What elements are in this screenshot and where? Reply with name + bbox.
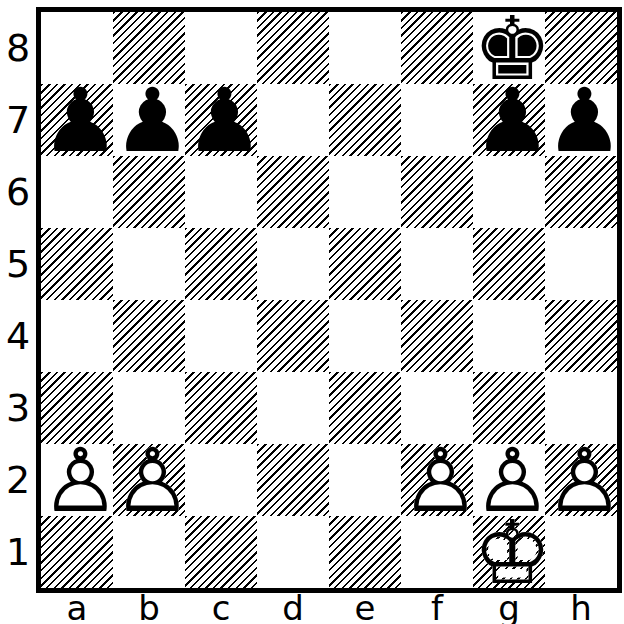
square-d5[interactable] xyxy=(257,228,329,300)
square-c5[interactable] xyxy=(185,228,257,300)
square-a2[interactable]: ♟♙ xyxy=(41,444,113,516)
piece-white-pawn[interactable]: ♟♙ xyxy=(41,444,113,516)
square-h7[interactable]: ♟ xyxy=(545,84,617,156)
file-label-e: e xyxy=(329,591,401,624)
piece-black-pawn[interactable]: ♟ xyxy=(113,84,185,156)
square-e6[interactable] xyxy=(329,156,401,228)
piece-white-pawn[interactable]: ♟♙ xyxy=(545,444,617,516)
square-f4[interactable] xyxy=(401,300,473,372)
square-g6[interactable] xyxy=(473,156,545,228)
piece-glyph: ♙ xyxy=(401,444,473,516)
square-g1[interactable]: ♚♔ xyxy=(473,516,545,588)
square-g5[interactable] xyxy=(473,228,545,300)
square-h2[interactable]: ♟♙ xyxy=(545,444,617,516)
square-b1[interactable] xyxy=(113,516,185,588)
square-d3[interactable] xyxy=(257,372,329,444)
piece-black-pawn[interactable]: ♟ xyxy=(545,84,617,156)
square-a1[interactable] xyxy=(41,516,113,588)
piece-glyph: ♙ xyxy=(545,444,617,516)
file-label-h: h xyxy=(545,591,617,624)
square-f1[interactable] xyxy=(401,516,473,588)
square-e5[interactable] xyxy=(329,228,401,300)
square-c7[interactable]: ♟ xyxy=(185,84,257,156)
rank-label-5: 5 xyxy=(0,228,36,300)
square-d2[interactable] xyxy=(257,444,329,516)
piece-glyph: ♟ xyxy=(185,84,257,156)
rank-label-1: 1 xyxy=(0,516,36,588)
square-g7[interactable]: ♟ xyxy=(473,84,545,156)
square-c4[interactable] xyxy=(185,300,257,372)
square-a6[interactable] xyxy=(41,156,113,228)
square-b6[interactable] xyxy=(113,156,185,228)
square-c1[interactable] xyxy=(185,516,257,588)
piece-white-pawn[interactable]: ♟♙ xyxy=(401,444,473,516)
rank-label-7: 7 xyxy=(0,84,36,156)
square-b7[interactable]: ♟ xyxy=(113,84,185,156)
square-h5[interactable] xyxy=(545,228,617,300)
piece-glyph: ♙ xyxy=(113,444,185,516)
square-f2[interactable]: ♟♙ xyxy=(401,444,473,516)
square-d6[interactable] xyxy=(257,156,329,228)
square-d7[interactable] xyxy=(257,84,329,156)
square-b2[interactable]: ♟♙ xyxy=(113,444,185,516)
piece-glyph: ♟ xyxy=(41,84,113,156)
square-h1[interactable] xyxy=(545,516,617,588)
square-c3[interactable] xyxy=(185,372,257,444)
square-e1[interactable] xyxy=(329,516,401,588)
square-d4[interactable] xyxy=(257,300,329,372)
square-d1[interactable] xyxy=(257,516,329,588)
file-label-b: b xyxy=(113,591,185,624)
square-c2[interactable] xyxy=(185,444,257,516)
square-a7[interactable]: ♟ xyxy=(41,84,113,156)
file-label-a: a xyxy=(41,591,113,624)
square-e4[interactable] xyxy=(329,300,401,372)
board: ♚♟♟♟♟♟♟♙♟♙♟♙♟♙♟♙♚♔ xyxy=(36,7,622,593)
piece-glyph: ♔ xyxy=(473,516,545,588)
square-d8[interactable] xyxy=(257,12,329,84)
rank-label-3: 3 xyxy=(0,372,36,444)
file-label-c: c xyxy=(185,591,257,624)
rank-label-6: 6 xyxy=(0,156,36,228)
piece-black-pawn[interactable]: ♟ xyxy=(473,84,545,156)
piece-black-pawn[interactable]: ♟ xyxy=(41,84,113,156)
rank-label-2: 2 xyxy=(0,444,36,516)
rank-labels: 87654321 xyxy=(0,12,36,588)
square-b4[interactable] xyxy=(113,300,185,372)
file-labels: abcdefgh xyxy=(41,591,617,624)
piece-glyph: ♟ xyxy=(473,84,545,156)
piece-glyph: ♙ xyxy=(41,444,113,516)
piece-glyph: ♟ xyxy=(113,84,185,156)
square-c6[interactable] xyxy=(185,156,257,228)
square-f5[interactable] xyxy=(401,228,473,300)
square-b5[interactable] xyxy=(113,228,185,300)
square-e8[interactable] xyxy=(329,12,401,84)
rank-label-8: 8 xyxy=(0,12,36,84)
square-f7[interactable] xyxy=(401,84,473,156)
square-e7[interactable] xyxy=(329,84,401,156)
piece-white-pawn[interactable]: ♟♙ xyxy=(113,444,185,516)
square-a5[interactable] xyxy=(41,228,113,300)
square-f6[interactable] xyxy=(401,156,473,228)
square-f8[interactable] xyxy=(401,12,473,84)
square-a4[interactable] xyxy=(41,300,113,372)
rank-label-4: 4 xyxy=(0,300,36,372)
piece-white-king[interactable]: ♚♔ xyxy=(473,516,545,588)
square-h6[interactable] xyxy=(545,156,617,228)
file-label-f: f xyxy=(401,591,473,624)
piece-black-pawn[interactable]: ♟ xyxy=(185,84,257,156)
square-e3[interactable] xyxy=(329,372,401,444)
square-h4[interactable] xyxy=(545,300,617,372)
piece-glyph: ♟ xyxy=(545,84,617,156)
file-label-g: g xyxy=(473,591,545,624)
square-g4[interactable] xyxy=(473,300,545,372)
file-label-d: d xyxy=(257,591,329,624)
square-e2[interactable] xyxy=(329,444,401,516)
